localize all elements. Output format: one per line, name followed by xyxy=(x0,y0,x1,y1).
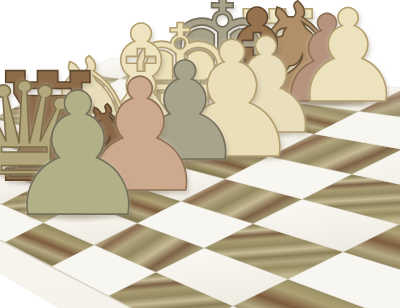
piece-green-pawn[interactable]: ♟ xyxy=(2,70,154,240)
chess-set-photo: ♛♜♞♞♝♚♚♝♜♞♟♟♟♟♟♟♟ xyxy=(0,0,400,308)
